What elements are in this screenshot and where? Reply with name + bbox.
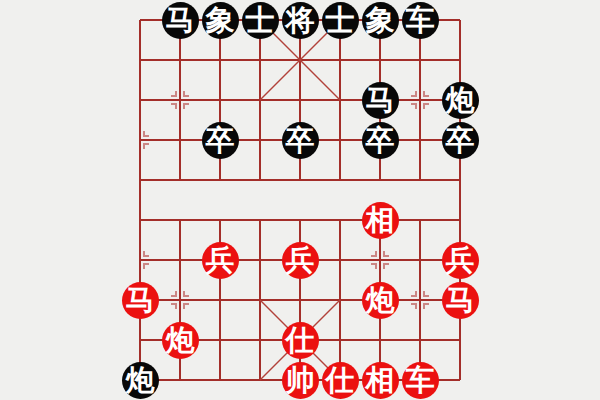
black-cannon-piece[interactable]: 炮	[122, 362, 159, 399]
black-elephant-piece[interactable]: 象	[202, 2, 239, 39]
black-chariot-piece[interactable]: 车	[402, 2, 439, 39]
red-pawn-piece[interactable]: 兵	[282, 242, 319, 279]
board-grid: 马象士将士象车马炮卒卒卒卒炮相兵兵兵马炮马炮仕帅仕相车	[120, 0, 480, 400]
red-elephant-piece[interactable]: 相	[362, 362, 399, 399]
black-pawn-piece[interactable]: 卒	[202, 122, 239, 159]
red-chariot-piece[interactable]: 车	[402, 362, 439, 399]
black-advisor-piece[interactable]: 士	[322, 2, 359, 39]
red-cannon-piece[interactable]: 炮	[362, 282, 399, 319]
red-advisor-piece[interactable]: 仕	[282, 322, 319, 359]
red-cannon-piece[interactable]: 炮	[162, 322, 199, 359]
black-pawn-piece[interactable]: 卒	[282, 122, 319, 159]
red-horse-piece[interactable]: 马	[442, 282, 479, 319]
black-general-piece[interactable]: 将	[282, 2, 319, 39]
red-horse-piece[interactable]: 马	[122, 282, 159, 319]
black-pawn-piece[interactable]: 卒	[362, 122, 399, 159]
black-advisor-piece[interactable]: 士	[242, 2, 279, 39]
red-pawn-piece[interactable]: 兵	[202, 242, 239, 279]
xiangqi-board: 马象士将士象车马炮卒卒卒卒炮相兵兵兵马炮马炮仕帅仕相车	[0, 0, 600, 400]
black-cannon-piece[interactable]: 炮	[442, 82, 479, 119]
red-advisor-piece[interactable]: 仕	[322, 362, 359, 399]
black-horse-piece[interactable]: 马	[162, 2, 199, 39]
black-elephant-piece[interactable]: 象	[362, 2, 399, 39]
red-pawn-piece[interactable]: 兵	[442, 242, 479, 279]
black-pawn-piece[interactable]: 卒	[442, 122, 479, 159]
red-general-piece[interactable]: 帅	[282, 362, 319, 399]
red-elephant-piece[interactable]: 相	[362, 202, 399, 239]
black-horse-piece[interactable]: 马	[362, 82, 399, 119]
